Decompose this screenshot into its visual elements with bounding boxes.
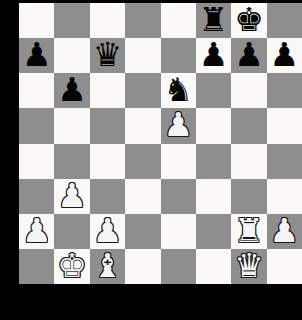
square-b1[interactable]: ♚	[54, 249, 89, 284]
square-h7[interactable]: ♟	[267, 38, 302, 73]
square-h1[interactable]	[267, 249, 302, 284]
piece-white-pawn: ♟	[57, 179, 87, 212]
square-e8[interactable]	[161, 3, 196, 38]
square-h2[interactable]: ♟	[267, 214, 302, 249]
square-g5[interactable]	[231, 108, 266, 143]
square-d6[interactable]	[125, 73, 160, 108]
piece-white-pawn: ♟	[163, 108, 193, 141]
square-e6[interactable]: ♞	[161, 73, 196, 108]
piece-white-king: ♚	[57, 249, 87, 282]
square-c4[interactable]	[90, 144, 125, 179]
square-g6[interactable]	[231, 73, 266, 108]
square-g7[interactable]: ♟	[231, 38, 266, 73]
square-d4[interactable]	[125, 144, 160, 179]
square-a5[interactable]	[19, 108, 54, 143]
square-a8[interactable]	[19, 3, 54, 38]
chess-board: ♜♚♟♛♟♟♟♟♞♟♟♟♟♜♟♚♝♛	[19, 3, 302, 284]
square-d1[interactable]	[125, 249, 160, 284]
square-h5[interactable]	[267, 108, 302, 143]
square-g3[interactable]	[231, 179, 266, 214]
square-b3[interactable]: ♟	[54, 179, 89, 214]
square-f2[interactable]	[196, 214, 231, 249]
piece-black-pawn: ♟	[234, 38, 264, 71]
piece-black-pawn: ♟	[270, 38, 300, 71]
square-f6[interactable]	[196, 73, 231, 108]
square-a2[interactable]: ♟	[19, 214, 54, 249]
square-e3[interactable]	[161, 179, 196, 214]
square-h4[interactable]	[267, 144, 302, 179]
square-b2[interactable]	[54, 214, 89, 249]
square-f1[interactable]	[196, 249, 231, 284]
square-c8[interactable]	[90, 3, 125, 38]
board-frame: ♜♚♟♛♟♟♟♟♞♟♟♟♟♜♟♚♝♛	[0, 0, 302, 320]
square-e2[interactable]	[161, 214, 196, 249]
square-e1[interactable]	[161, 249, 196, 284]
square-b7[interactable]	[54, 38, 89, 73]
square-d2[interactable]	[125, 214, 160, 249]
square-c2[interactable]: ♟	[90, 214, 125, 249]
square-g8[interactable]: ♚	[231, 3, 266, 38]
piece-black-pawn: ♟	[199, 38, 229, 71]
square-d3[interactable]	[125, 179, 160, 214]
piece-white-pawn: ♟	[270, 214, 300, 247]
square-f3[interactable]	[196, 179, 231, 214]
piece-white-pawn: ♟	[93, 214, 123, 247]
piece-black-rook: ♜	[199, 3, 229, 36]
square-f5[interactable]	[196, 108, 231, 143]
square-a1[interactable]	[19, 249, 54, 284]
piece-white-queen: ♛	[234, 249, 264, 282]
square-d5[interactable]	[125, 108, 160, 143]
square-b6[interactable]: ♟	[54, 73, 89, 108]
square-e5[interactable]: ♟	[161, 108, 196, 143]
square-h6[interactable]	[267, 73, 302, 108]
piece-black-knight: ♞	[163, 73, 193, 106]
square-a6[interactable]	[19, 73, 54, 108]
piece-white-pawn: ♟	[22, 214, 52, 247]
square-b4[interactable]	[54, 144, 89, 179]
square-f7[interactable]: ♟	[196, 38, 231, 73]
piece-black-queen: ♛	[93, 38, 123, 71]
screenshot-root: ♜♚♟♛♟♟♟♟♞♟♟♟♟♜♟♚♝♛	[0, 0, 302, 320]
square-h8[interactable]	[267, 3, 302, 38]
square-a3[interactable]	[19, 179, 54, 214]
square-c3[interactable]	[90, 179, 125, 214]
square-e4[interactable]	[161, 144, 196, 179]
square-d8[interactable]	[125, 3, 160, 38]
square-b8[interactable]	[54, 3, 89, 38]
square-b5[interactable]	[54, 108, 89, 143]
piece-white-rook: ♜	[234, 214, 264, 247]
piece-black-king: ♚	[234, 3, 264, 36]
square-g1[interactable]: ♛	[231, 249, 266, 284]
piece-black-pawn: ♟	[57, 73, 87, 106]
square-c1[interactable]: ♝	[90, 249, 125, 284]
square-g2[interactable]: ♜	[231, 214, 266, 249]
piece-white-bishop: ♝	[93, 249, 123, 282]
square-a7[interactable]: ♟	[19, 38, 54, 73]
square-c7[interactable]: ♛	[90, 38, 125, 73]
square-g4[interactable]	[231, 144, 266, 179]
square-d7[interactable]	[125, 38, 160, 73]
square-a4[interactable]	[19, 144, 54, 179]
square-e7[interactable]	[161, 38, 196, 73]
square-f4[interactable]	[196, 144, 231, 179]
square-h3[interactable]	[267, 179, 302, 214]
square-c5[interactable]	[90, 108, 125, 143]
square-f8[interactable]: ♜	[196, 3, 231, 38]
piece-black-pawn: ♟	[22, 38, 52, 71]
square-c6[interactable]	[90, 73, 125, 108]
